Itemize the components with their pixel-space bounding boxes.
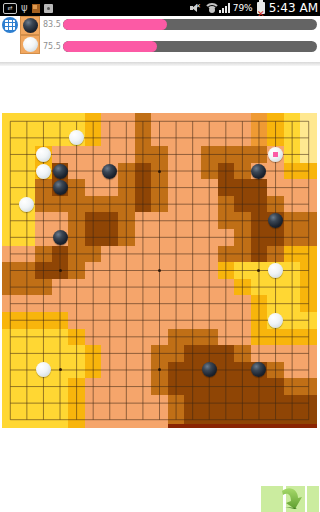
white-stone [36, 164, 51, 179]
black-player-avatar [20, 16, 40, 35]
white-stone [36, 147, 51, 162]
usb-icon: ψ [21, 3, 28, 13]
black-stone [53, 164, 68, 179]
star-point [158, 170, 161, 173]
white-stone [268, 313, 283, 328]
white-score-bar [63, 41, 317, 52]
score-header: 83.5 75.5 [0, 16, 320, 66]
black-score-bar [63, 19, 317, 30]
green-arrow-icon [277, 486, 303, 512]
white-stone-last-move [268, 147, 283, 162]
status-bar: ⇄ ψ ✕ 79% ✕ 5:43 AM [0, 0, 320, 16]
grid-icon [5, 20, 15, 30]
black-stone [53, 180, 68, 195]
star-point [158, 269, 161, 272]
wifi-icon [204, 4, 216, 13]
status-bar-left: ⇄ ψ [0, 3, 53, 14]
clock: 5:43 AM [268, 0, 318, 16]
app-notification-icon [32, 4, 40, 13]
last-move-marker [273, 152, 278, 157]
black-score-bar-fill [63, 19, 167, 30]
muted-speaker-icon: ✕ [190, 3, 201, 13]
app-logo[interactable] [261, 486, 319, 512]
black-score: 83.5 [43, 19, 62, 30]
battery-percent: 79% [233, 0, 253, 16]
white-stone [19, 197, 34, 212]
battery-icon: ✕ [257, 2, 265, 14]
black-stone [102, 164, 117, 179]
white-stone-icon [23, 37, 38, 52]
white-score-bar-fill [63, 41, 157, 52]
black-stone [53, 230, 68, 245]
white-stone [268, 263, 283, 278]
status-bar-right: ✕ 79% ✕ 5:43 AM [190, 0, 320, 16]
header-divider [0, 62, 320, 66]
screenshot-icon [44, 4, 53, 13]
board-menu-icon[interactable] [2, 17, 18, 33]
black-stone [251, 164, 266, 179]
black-stone-icon [23, 18, 38, 33]
go-board[interactable] [2, 113, 317, 428]
white-player-avatar [20, 35, 40, 54]
signal-bars-icon [219, 3, 230, 13]
usb-debugging-icon: ⇄ [3, 3, 17, 14]
logo-block [307, 486, 319, 512]
star-point [59, 269, 62, 272]
white-score: 75.5 [43, 41, 62, 52]
